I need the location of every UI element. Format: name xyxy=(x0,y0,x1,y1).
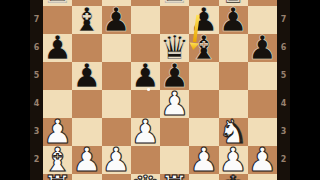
square-e1[interactable]: ♜ xyxy=(160,174,189,180)
square-c4[interactable] xyxy=(102,90,131,118)
rank-label-right-6: 6 xyxy=(277,43,290,53)
square-a7[interactable] xyxy=(43,6,72,34)
piece-black-pawn-b5[interactable]: ♟ xyxy=(72,62,102,90)
piece-white-pawn-e4[interactable]: ♟ xyxy=(160,90,190,118)
square-g6[interactable] xyxy=(219,34,248,62)
piece-black-pawn-c7[interactable]: ♟ xyxy=(101,6,131,34)
square-e6[interactable]: ♛ xyxy=(160,34,189,62)
square-f3[interactable] xyxy=(189,118,218,146)
piece-white-pawn-h2[interactable]: ♟ xyxy=(248,146,278,174)
square-a4[interactable] xyxy=(43,90,72,118)
piece-black-pawn-g7[interactable]: ♟ xyxy=(218,6,248,34)
cursor-dot xyxy=(147,88,150,91)
square-b2[interactable]: ♟ xyxy=(72,146,101,174)
square-d6[interactable] xyxy=(131,34,160,62)
square-d1[interactable]: ♛ xyxy=(131,174,160,180)
piece-black-bishop-f6[interactable]: ♝ xyxy=(189,34,219,62)
square-a1[interactable]: ♜ xyxy=(43,174,72,180)
square-b4[interactable] xyxy=(72,90,101,118)
piece-white-pawn-f2[interactable]: ♟ xyxy=(189,146,219,174)
square-h2[interactable]: ♟ xyxy=(248,146,277,174)
piece-black-pawn-d5[interactable]: ♟ xyxy=(131,62,161,90)
square-g4[interactable] xyxy=(219,90,248,118)
square-a5[interactable] xyxy=(43,62,72,90)
square-h5[interactable] xyxy=(248,62,277,90)
square-b7[interactable]: ♝ xyxy=(72,6,101,34)
piece-white-pawn-d3[interactable]: ♟ xyxy=(131,118,161,146)
piece-white-pawn-a3[interactable]: ♟ xyxy=(43,118,73,146)
rank-label-right-3: 3 xyxy=(277,127,290,137)
square-f6[interactable]: ♝ xyxy=(189,34,218,62)
square-g5[interactable] xyxy=(219,62,248,90)
square-d4[interactable] xyxy=(131,90,160,118)
piece-white-pawn-b2[interactable]: ♟ xyxy=(72,146,102,174)
square-c5[interactable] xyxy=(102,62,131,90)
piece-black-bishop-b7[interactable]: ♝ xyxy=(72,6,102,34)
square-f7[interactable]: ♟ xyxy=(189,6,218,34)
square-b6[interactable] xyxy=(72,34,101,62)
square-h6[interactable]: ♟ xyxy=(248,34,277,62)
piece-white-king-g1[interactable]: ♚ xyxy=(218,174,248,180)
board-squares: ♜♜♚♝♟♟♟♟♛♝♟♟♟♟♟♟♟♞♝♟♟♟♟♟♜♛♜♚ xyxy=(43,0,277,180)
rank-label-left-3: 3 xyxy=(30,127,43,137)
rank-label-right-5: 5 xyxy=(277,71,290,81)
square-d2[interactable] xyxy=(131,146,160,174)
piece-black-queen-e6[interactable]: ♛ xyxy=(160,34,190,62)
square-b3[interactable] xyxy=(72,118,101,146)
square-c3[interactable] xyxy=(102,118,131,146)
square-f2[interactable]: ♟ xyxy=(189,146,218,174)
square-d3[interactable]: ♟ xyxy=(131,118,160,146)
piece-white-pawn-g2[interactable]: ♟ xyxy=(218,146,248,174)
square-h1[interactable] xyxy=(248,174,277,180)
square-d7[interactable] xyxy=(131,6,160,34)
square-a6[interactable]: ♟ xyxy=(43,34,72,62)
square-e5[interactable]: ♟ xyxy=(160,62,189,90)
square-g1[interactable]: ♚ xyxy=(219,174,248,180)
piece-white-rook-a1[interactable]: ♜ xyxy=(43,174,73,180)
piece-white-knight-g3[interactable]: ♞ xyxy=(218,118,248,146)
piece-black-pawn-f7[interactable]: ♟ xyxy=(189,6,219,34)
piece-white-rook-e1[interactable]: ♜ xyxy=(160,174,190,180)
square-h3[interactable] xyxy=(248,118,277,146)
rank-label-left-2: 2 xyxy=(30,155,43,165)
square-f1[interactable] xyxy=(189,174,218,180)
piece-black-pawn-e5[interactable]: ♟ xyxy=(160,62,190,90)
square-d5[interactable]: ♟ xyxy=(131,62,160,90)
square-e4[interactable]: ♟ xyxy=(160,90,189,118)
square-c7[interactable]: ♟ xyxy=(102,6,131,34)
piece-white-pawn-c2[interactable]: ♟ xyxy=(101,146,131,174)
square-g2[interactable]: ♟ xyxy=(219,146,248,174)
video-frame: ♜♜♚♝♟♟♟♟♛♝♟♟♟♟♟♟♟♞♝♟♟♟♟♟♜♛♜♚ 88776655443… xyxy=(0,0,320,180)
square-c1[interactable] xyxy=(102,174,131,180)
chess-board: ♜♜♚♝♟♟♟♟♛♝♟♟♟♟♟♟♟♞♝♟♟♟♟♟♜♛♜♚ 88776655443… xyxy=(30,0,290,180)
piece-black-pawn-h6[interactable]: ♟ xyxy=(248,34,278,62)
square-e7[interactable] xyxy=(160,6,189,34)
rank-label-left-7: 7 xyxy=(30,15,43,25)
rank-label-left-6: 6 xyxy=(30,43,43,53)
square-e2[interactable] xyxy=(160,146,189,174)
square-e3[interactable] xyxy=(160,118,189,146)
rank-label-left-4: 4 xyxy=(30,99,43,109)
square-a2[interactable]: ♝ xyxy=(43,146,72,174)
square-h7[interactable] xyxy=(248,6,277,34)
square-b1[interactable] xyxy=(72,174,101,180)
square-a3[interactable]: ♟ xyxy=(43,118,72,146)
piece-black-pawn-a6[interactable]: ♟ xyxy=(43,34,73,62)
piece-white-queen-d1[interactable]: ♛ xyxy=(131,174,161,180)
rank-label-right-2: 2 xyxy=(277,155,290,165)
square-c2[interactable]: ♟ xyxy=(102,146,131,174)
rank-label-right-7: 7 xyxy=(277,15,290,25)
square-c6[interactable] xyxy=(102,34,131,62)
square-b5[interactable]: ♟ xyxy=(72,62,101,90)
piece-white-bishop-a2[interactable]: ♝ xyxy=(43,146,73,174)
square-f5[interactable] xyxy=(189,62,218,90)
square-f4[interactable] xyxy=(189,90,218,118)
square-h4[interactable] xyxy=(248,90,277,118)
square-g7[interactable]: ♟ xyxy=(219,6,248,34)
square-g3[interactable]: ♞ xyxy=(219,118,248,146)
rank-label-right-4: 4 xyxy=(277,99,290,109)
rank-label-left-5: 5 xyxy=(30,71,43,81)
